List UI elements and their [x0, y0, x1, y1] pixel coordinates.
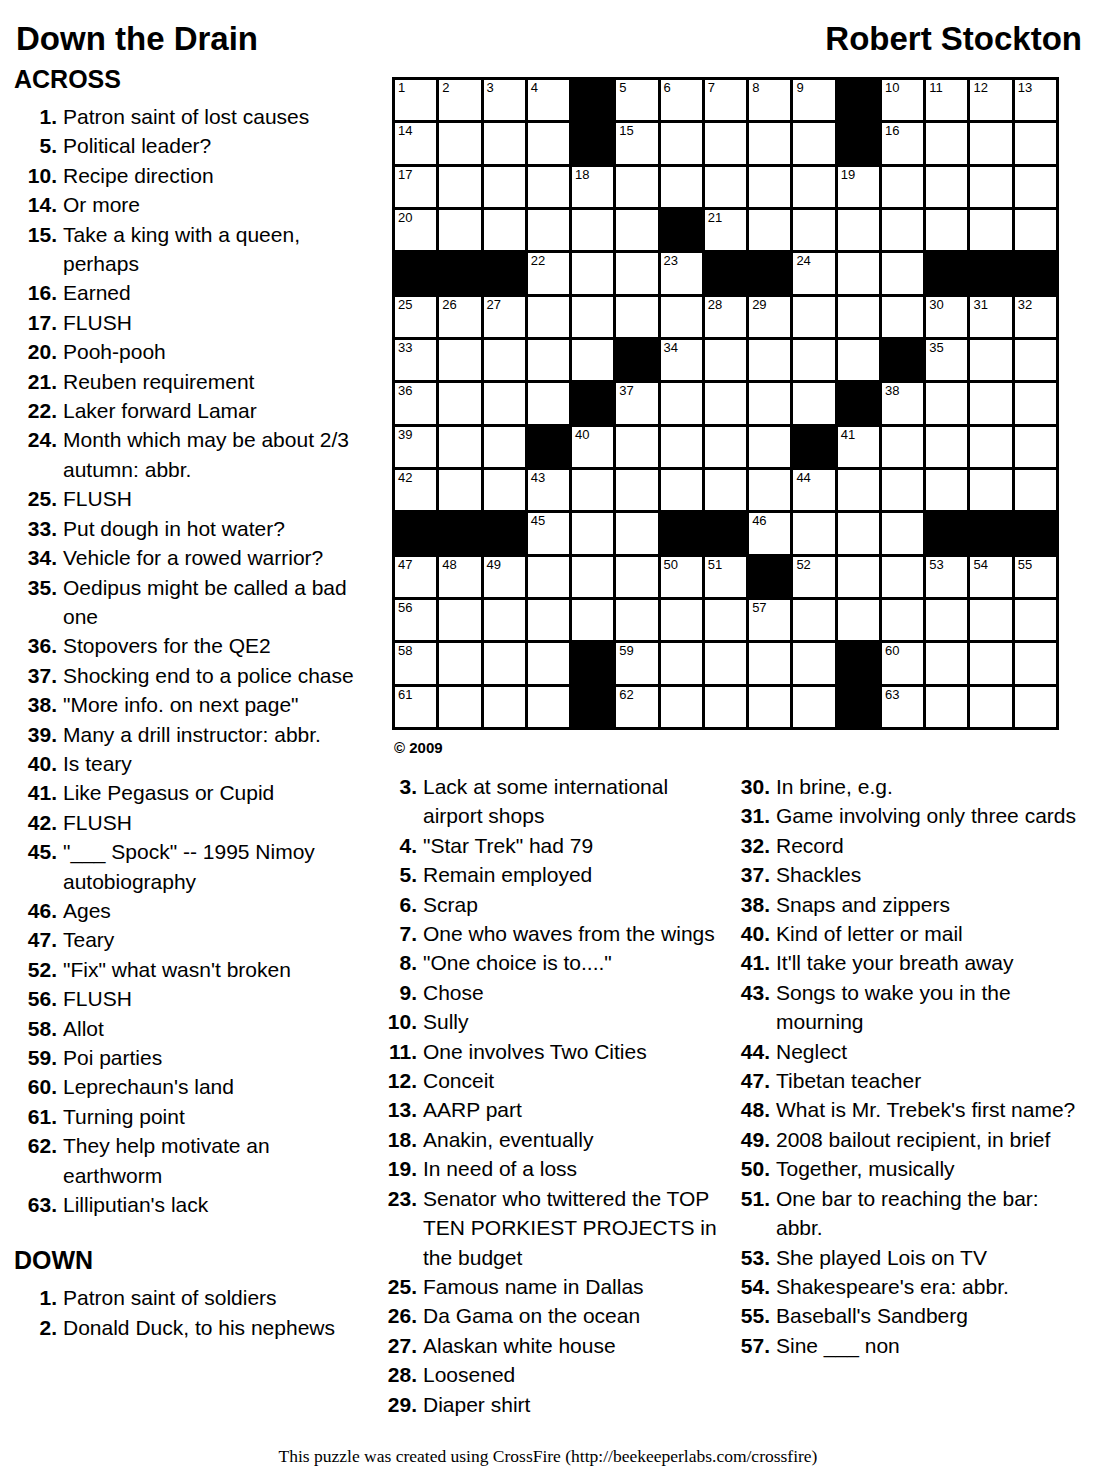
grid-cell[interactable]: [439, 210, 480, 250]
grid-cell[interactable]: [439, 470, 480, 510]
cell-number: 17: [398, 168, 412, 181]
grid-cell[interactable]: 31: [970, 297, 1011, 337]
grid-cell[interactable]: [1015, 123, 1056, 163]
clue: 7.One who waves from the wings: [384, 919, 718, 948]
grid-cell[interactable]: [1015, 643, 1056, 683]
clue-number: 37.: [14, 661, 57, 690]
grid-cell[interactable]: 59: [616, 643, 657, 683]
grid-cell[interactable]: [439, 600, 480, 640]
clue-number: 5.: [14, 131, 57, 160]
grid-cell[interactable]: [970, 210, 1011, 250]
grid-cell[interactable]: [970, 383, 1011, 423]
grid-cell[interactable]: [1015, 600, 1056, 640]
cell-number: 54: [973, 558, 987, 571]
grid-cell[interactable]: 46: [749, 513, 790, 553]
black-cell: [838, 80, 879, 120]
clue: 35.Oedipus might be called a bad one: [14, 573, 374, 632]
grid-cell[interactable]: [616, 513, 657, 553]
cell-number: 27: [487, 298, 501, 311]
grid-cell[interactable]: 47: [395, 557, 436, 597]
grid-cell[interactable]: [882, 600, 923, 640]
grid-cell[interactable]: [528, 210, 569, 250]
grid-cell[interactable]: 15: [616, 123, 657, 163]
grid-cell[interactable]: [439, 167, 480, 207]
cell-number: 25: [398, 298, 412, 311]
black-cell: [395, 253, 436, 293]
clue-text: Month which may be about 2/3 autumn: abb…: [63, 425, 374, 484]
cell-number: 31: [973, 298, 987, 311]
clue-text: One involves Two Cities: [423, 1037, 718, 1066]
grid-cell[interactable]: [572, 210, 613, 250]
grid-cell[interactable]: 9: [793, 80, 834, 120]
grid-cell[interactable]: [572, 470, 613, 510]
grid-cell[interactable]: [484, 383, 525, 423]
clue-text: Many a drill instructor: abbr.: [63, 720, 374, 749]
grid-cell[interactable]: [749, 123, 790, 163]
black-cell: [661, 513, 702, 553]
grid-cell[interactable]: [970, 600, 1011, 640]
grid-cell[interactable]: 50: [661, 557, 702, 597]
grid-cell[interactable]: 43: [528, 470, 569, 510]
grid-cell[interactable]: [484, 600, 525, 640]
grid-cell[interactable]: [661, 427, 702, 467]
black-cell: [439, 513, 480, 553]
grid-cell[interactable]: [838, 600, 879, 640]
grid-cell[interactable]: 6: [661, 80, 702, 120]
clue: 39.Many a drill instructor: abbr.: [14, 720, 374, 749]
grid-cell[interactable]: [1015, 427, 1056, 467]
clue: 20.Pooh-pooh: [14, 337, 374, 366]
grid-cell[interactable]: [970, 687, 1011, 727]
clue-number: 1.: [14, 1283, 57, 1312]
grid-cell[interactable]: [749, 470, 790, 510]
clue-text: Like Pegasus or Cupid: [63, 778, 374, 807]
grid-cell[interactable]: 28: [705, 297, 746, 337]
clue-text: "___ Spock" -- 1995 Nimoy autobiography: [63, 837, 374, 896]
clue-number: 40.: [731, 919, 770, 948]
clue: 51.One bar to reaching the bar: abbr.: [731, 1184, 1083, 1243]
clue-number: 31.: [731, 801, 770, 830]
grid-cell[interactable]: 16: [882, 123, 923, 163]
grid-cell[interactable]: 30: [926, 297, 967, 337]
cell-number: 46: [752, 514, 766, 527]
grid-cell[interactable]: [793, 340, 834, 380]
grid-cell[interactable]: [1015, 340, 1056, 380]
grid-cell[interactable]: 49: [484, 557, 525, 597]
grid-cell[interactable]: 51: [705, 557, 746, 597]
grid-cell[interactable]: 37: [616, 383, 657, 423]
grid-cell[interactable]: [705, 167, 746, 207]
clue: 54.Shakespeare's era: abbr.: [731, 1272, 1083, 1301]
grid-cell[interactable]: [661, 687, 702, 727]
grid-cell[interactable]: [882, 210, 923, 250]
black-cell: [838, 643, 879, 683]
clue-number: 15.: [14, 220, 57, 249]
grid-cell[interactable]: [1015, 167, 1056, 207]
grid-cell[interactable]: [838, 253, 879, 293]
clue-number: 14.: [14, 190, 57, 219]
grid-cell[interactable]: 36: [395, 383, 436, 423]
grid-cell[interactable]: [793, 297, 834, 337]
clue: 45."___ Spock" -- 1995 Nimoy autobiograp…: [14, 837, 374, 896]
clue: 41.It'll take your breath away: [731, 948, 1083, 977]
grid-cell[interactable]: [439, 383, 480, 423]
grid-cell[interactable]: [661, 167, 702, 207]
grid-cell[interactable]: [484, 167, 525, 207]
grid-cell[interactable]: 42: [395, 470, 436, 510]
grid-cell[interactable]: 55: [1015, 557, 1056, 597]
grid-cell[interactable]: [484, 427, 525, 467]
clue-text: Neglect: [776, 1037, 1083, 1066]
grid-cell[interactable]: [793, 600, 834, 640]
clue-text: Laker forward Lamar: [63, 396, 374, 425]
black-cell: [1015, 253, 1056, 293]
grid-cell[interactable]: [439, 123, 480, 163]
grid-cell[interactable]: 48: [439, 557, 480, 597]
grid-cell[interactable]: 25: [395, 297, 436, 337]
grid-cell[interactable]: 57: [749, 600, 790, 640]
grid-cell[interactable]: [926, 643, 967, 683]
black-cell: [395, 513, 436, 553]
grid-cell[interactable]: [528, 600, 569, 640]
clue-number: 58.: [14, 1014, 57, 1043]
grid-cell[interactable]: [661, 470, 702, 510]
grid-cell[interactable]: [926, 600, 967, 640]
grid-cell[interactable]: [572, 557, 613, 597]
clue: 11.One involves Two Cities: [384, 1037, 718, 1066]
grid-cell[interactable]: [705, 383, 746, 423]
grid-cell[interactable]: 26: [439, 297, 480, 337]
clue-number: 56.: [14, 984, 57, 1013]
clue-number: 27.: [384, 1331, 417, 1360]
grid-cell[interactable]: [970, 643, 1011, 683]
grid-cell[interactable]: [528, 643, 569, 683]
grid-cell[interactable]: 60: [882, 643, 923, 683]
grid-cell[interactable]: [528, 383, 569, 423]
clue: 43.Songs to wake you in the mourning: [731, 978, 1083, 1037]
clue: 49.2008 bailout recipient, in brief: [731, 1125, 1083, 1154]
clue-text: Chose: [423, 978, 718, 1007]
grid-cell[interactable]: [1015, 383, 1056, 423]
black-cell: [1015, 513, 1056, 553]
black-cell: [882, 340, 923, 380]
clue-text: Snaps and zippers: [776, 890, 1083, 919]
grid-cell[interactable]: 24: [793, 253, 834, 293]
grid-cell[interactable]: [749, 687, 790, 727]
grid-cell[interactable]: [616, 600, 657, 640]
grid-cell[interactable]: 19: [838, 167, 879, 207]
cell-number: 29: [752, 298, 766, 311]
clue: 36.Stopovers for the QE2: [14, 631, 374, 660]
grid-cell[interactable]: [926, 210, 967, 250]
grid-cell[interactable]: [705, 600, 746, 640]
grid-cell[interactable]: [616, 470, 657, 510]
grid-cell[interactable]: [616, 167, 657, 207]
grid-cell[interactable]: [838, 470, 879, 510]
grid-cell[interactable]: [970, 123, 1011, 163]
down-header: DOWN: [14, 1245, 374, 1275]
clue: 32.Record: [731, 831, 1083, 860]
grid-cell[interactable]: [572, 513, 613, 553]
grid-cell[interactable]: [661, 383, 702, 423]
clue-text: Game involving only three cards: [776, 801, 1083, 830]
grid-cell[interactable]: 21: [705, 210, 746, 250]
clue-text: Senator who twittered the TOP TEN PORKIE…: [423, 1184, 718, 1272]
clue-number: 48.: [731, 1095, 770, 1124]
grid-cell[interactable]: 61: [395, 687, 436, 727]
grid-cell[interactable]: [705, 687, 746, 727]
clue: 16.Earned: [14, 278, 374, 307]
clue-number: 23.: [384, 1184, 417, 1213]
grid-cell[interactable]: [661, 123, 702, 163]
black-cell: [484, 253, 525, 293]
grid-cell[interactable]: 20: [395, 210, 436, 250]
grid-cell[interactable]: 62: [616, 687, 657, 727]
grid-cell[interactable]: [793, 687, 834, 727]
clue: 40.Is teary: [14, 749, 374, 778]
clue-number: 25.: [384, 1272, 417, 1301]
grid-cell[interactable]: 40: [572, 427, 613, 467]
cell-number: 1: [398, 81, 405, 94]
grid-cell[interactable]: 23: [661, 253, 702, 293]
grid-cell[interactable]: [572, 297, 613, 337]
grid-cell[interactable]: 34: [661, 340, 702, 380]
grid-cell[interactable]: [970, 427, 1011, 467]
cell-number: 34: [664, 341, 678, 354]
clue-text: Patron saint of lost causes: [63, 102, 374, 131]
grid-cell[interactable]: [882, 427, 923, 467]
grid-cell[interactable]: [749, 383, 790, 423]
grid-cell[interactable]: [705, 470, 746, 510]
grid-cell[interactable]: [882, 557, 923, 597]
grid-cell[interactable]: [970, 470, 1011, 510]
grid-cell[interactable]: [484, 470, 525, 510]
grid-cell[interactable]: [970, 167, 1011, 207]
grid-cell[interactable]: [838, 297, 879, 337]
clue: 1.Patron saint of soldiers: [14, 1283, 374, 1312]
grid-cell[interactable]: [882, 513, 923, 553]
grid-cell[interactable]: [616, 427, 657, 467]
clue-number: 30.: [731, 772, 770, 801]
clue-number: 24.: [14, 425, 57, 454]
grid-cell[interactable]: [749, 210, 790, 250]
grid-cell[interactable]: 13: [1015, 80, 1056, 120]
grid-cell[interactable]: [1015, 687, 1056, 727]
grid-cell[interactable]: [926, 687, 967, 727]
grid-cell[interactable]: [1015, 470, 1056, 510]
grid-cell[interactable]: [528, 687, 569, 727]
grid-cell[interactable]: 3: [484, 80, 525, 120]
clue: 1.Patron saint of lost causes: [14, 102, 374, 131]
grid-cell[interactable]: [616, 253, 657, 293]
grid-cell[interactable]: 14: [395, 123, 436, 163]
grid-cell[interactable]: 7: [705, 80, 746, 120]
grid-cell[interactable]: 52: [793, 557, 834, 597]
grid-cell[interactable]: 4: [528, 80, 569, 120]
grid-cell[interactable]: 54: [970, 557, 1011, 597]
clue-number: 51.: [731, 1184, 770, 1213]
clue-text: Record: [776, 831, 1083, 860]
clue-number: 47.: [14, 925, 57, 954]
grid-cell[interactable]: [616, 557, 657, 597]
clue-text: Kind of letter or mail: [776, 919, 1083, 948]
grid-cell[interactable]: [705, 427, 746, 467]
grid-cell[interactable]: 8: [749, 80, 790, 120]
grid-cell[interactable]: [661, 600, 702, 640]
grid-cell[interactable]: [484, 340, 525, 380]
grid-cell[interactable]: [793, 643, 834, 683]
clue-number: 19.: [384, 1154, 417, 1183]
grid-cell[interactable]: [882, 253, 923, 293]
black-cell: [749, 253, 790, 293]
clue: 12.Conceit: [384, 1066, 718, 1095]
grid-cell[interactable]: 32: [1015, 297, 1056, 337]
grid-cell[interactable]: [528, 557, 569, 597]
clue-text: Oedipus might be called a bad one: [63, 573, 374, 632]
cell-number: 61: [398, 688, 412, 701]
grid-cell[interactable]: [749, 427, 790, 467]
grid-cell[interactable]: [1015, 210, 1056, 250]
grid-cell[interactable]: [705, 643, 746, 683]
grid-cell[interactable]: 29: [749, 297, 790, 337]
grid-cell[interactable]: [572, 253, 613, 293]
grid-cell[interactable]: [882, 470, 923, 510]
grid-cell[interactable]: [484, 210, 525, 250]
grid-cell[interactable]: [749, 340, 790, 380]
grid-cell[interactable]: [439, 687, 480, 727]
grid-cell[interactable]: [793, 383, 834, 423]
grid-cell[interactable]: [439, 643, 480, 683]
grid-cell[interactable]: [793, 513, 834, 553]
grid-cell[interactable]: [661, 297, 702, 337]
cell-number: 20: [398, 211, 412, 224]
clue: 56.FLUSH: [14, 984, 374, 1013]
grid-cell[interactable]: [970, 340, 1011, 380]
grid-cell[interactable]: [572, 600, 613, 640]
grid-cell[interactable]: [528, 167, 569, 207]
cell-number: 50: [664, 558, 678, 571]
cell-number: 43: [531, 471, 545, 484]
black-cell: [838, 687, 879, 727]
clue: 55.Baseball's Sandberg: [731, 1301, 1083, 1330]
puzzle-title: Down the Drain: [16, 20, 258, 58]
grid-cell[interactable]: [528, 123, 569, 163]
grid-cell[interactable]: [705, 123, 746, 163]
grid-cell[interactable]: [838, 557, 879, 597]
grid-cell[interactable]: [528, 340, 569, 380]
clue: 50.Together, musically: [731, 1154, 1083, 1183]
clue-text: Famous name in Dallas: [423, 1272, 718, 1301]
grid-cell[interactable]: [484, 643, 525, 683]
cell-number: 58: [398, 644, 412, 657]
grid-cell[interactable]: 63: [882, 687, 923, 727]
grid-cell[interactable]: [484, 687, 525, 727]
grid-cell[interactable]: 27: [484, 297, 525, 337]
grid-cell[interactable]: [882, 167, 923, 207]
grid-cell[interactable]: 53: [926, 557, 967, 597]
grid-cell[interactable]: [838, 210, 879, 250]
clue-number: 25.: [14, 484, 57, 513]
grid-cell[interactable]: [793, 210, 834, 250]
clue-number: 10.: [384, 1007, 417, 1036]
grid-cell[interactable]: 39: [395, 427, 436, 467]
grid-cell[interactable]: [793, 167, 834, 207]
down-clue-list-right: 30.In brine, e.g.31.Game involving only …: [731, 772, 1083, 1360]
grid-cell[interactable]: [528, 297, 569, 337]
clue-text: Donald Duck, to his nephews: [63, 1313, 374, 1342]
clue-text: Lilliputian's lack: [63, 1190, 374, 1219]
grid-cell[interactable]: 56: [395, 600, 436, 640]
cell-number: 15: [619, 124, 633, 137]
grid-cell[interactable]: 22: [528, 253, 569, 293]
clue-text: One who waves from the wings: [423, 919, 718, 948]
clue-text: Pooh-pooh: [63, 337, 374, 366]
grid-cell[interactable]: 18: [572, 167, 613, 207]
clue-number: 32.: [731, 831, 770, 860]
clue: 18.Anakin, eventually: [384, 1125, 718, 1154]
grid-cell[interactable]: 44: [793, 470, 834, 510]
cell-number: 32: [1018, 298, 1032, 311]
grid-cell[interactable]: [439, 340, 480, 380]
grid-cell[interactable]: [749, 643, 790, 683]
grid-cell[interactable]: 11: [926, 80, 967, 120]
grid-cell[interactable]: 1: [395, 80, 436, 120]
grid-cell[interactable]: 33: [395, 340, 436, 380]
cell-number: 51: [708, 558, 722, 571]
clue-text: Anakin, eventually: [423, 1125, 718, 1154]
grid-cell[interactable]: 38: [882, 383, 923, 423]
grid-cell[interactable]: [616, 210, 657, 250]
grid-cell[interactable]: [926, 470, 967, 510]
grid-cell[interactable]: [572, 340, 613, 380]
cell-number: 22: [531, 254, 545, 267]
grid-cell[interactable]: 5: [616, 80, 657, 120]
grid-cell[interactable]: [439, 427, 480, 467]
grid-cell[interactable]: [484, 123, 525, 163]
grid-cell[interactable]: 2: [439, 80, 480, 120]
grid-cell[interactable]: [661, 643, 702, 683]
clue-text: Take a king with a queen, perhaps: [63, 220, 374, 279]
grid-cell[interactable]: 41: [838, 427, 879, 467]
grid-cell[interactable]: [926, 123, 967, 163]
cell-number: 3: [487, 81, 494, 94]
grid-cell[interactable]: [749, 167, 790, 207]
clue: 38.Snaps and zippers: [731, 890, 1083, 919]
grid-cell[interactable]: 17: [395, 167, 436, 207]
clue-text: Poi parties: [63, 1043, 374, 1072]
grid-cell[interactable]: [926, 167, 967, 207]
grid-cell[interactable]: [926, 427, 967, 467]
cell-number: 30: [929, 298, 943, 311]
grid-cell[interactable]: [838, 340, 879, 380]
grid-cell[interactable]: [838, 513, 879, 553]
cell-number: 11: [929, 81, 943, 94]
grid-cell[interactable]: [882, 297, 923, 337]
grid-cell[interactable]: 12: [970, 80, 1011, 120]
grid-cell[interactable]: [793, 123, 834, 163]
cell-number: 33: [398, 341, 412, 354]
grid-cell[interactable]: 58: [395, 643, 436, 683]
clue-number: 44.: [731, 1037, 770, 1066]
grid-cell[interactable]: 10: [882, 80, 923, 120]
clue-text: "Star Trek" had 79: [423, 831, 718, 860]
grid-cell[interactable]: [705, 340, 746, 380]
grid-cell[interactable]: 35: [926, 340, 967, 380]
grid-cell[interactable]: [926, 383, 967, 423]
clue-text: Scrap: [423, 890, 718, 919]
grid-cell[interactable]: 45: [528, 513, 569, 553]
grid-cell[interactable]: [616, 297, 657, 337]
